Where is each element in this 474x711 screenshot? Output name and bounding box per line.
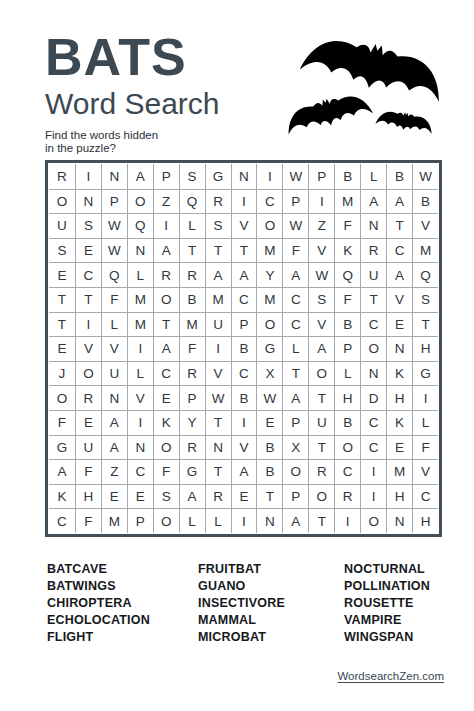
grid-cell[interactable]: S: [75, 213, 101, 238]
grid-cell[interactable]: H: [412, 336, 438, 361]
grid-cell[interactable]: H: [386, 385, 412, 410]
grid-cell[interactable]: N: [256, 508, 282, 533]
grid-cell[interactable]: T: [308, 435, 334, 460]
instruction-line-2: in the puzzle?: [45, 142, 220, 156]
grid-cell[interactable]: W: [101, 238, 127, 263]
page-subtitle: Word Search: [45, 87, 220, 121]
grid-cell[interactable]: I: [75, 164, 101, 189]
grid-cell[interactable]: I: [153, 213, 179, 238]
grid-cell[interactable]: P: [231, 312, 257, 337]
grid-cell[interactable]: B: [179, 287, 205, 312]
grid-cell[interactable]: O: [75, 361, 101, 386]
grid-cell[interactable]: U: [75, 435, 101, 460]
grid-cell[interactable]: U: [101, 361, 127, 386]
grid-cell[interactable]: B: [231, 336, 257, 361]
grid-cell[interactable]: K: [334, 238, 360, 263]
grid-cell[interactable]: P: [282, 410, 308, 435]
grid-cell[interactable]: M: [127, 287, 153, 312]
grid-cell[interactable]: U: [205, 312, 231, 337]
grid-cell[interactable]: G: [256, 336, 282, 361]
grid-cell[interactable]: M: [256, 287, 282, 312]
word-item: GUANO: [198, 578, 344, 595]
grid-cell[interactable]: F: [101, 287, 127, 312]
word-item: BATWINGS: [47, 578, 198, 595]
grid-cell[interactable]: I: [231, 508, 257, 533]
grid-cell[interactable]: M: [334, 189, 360, 214]
grid-cell[interactable]: V: [386, 287, 412, 312]
grid-cell[interactable]: P: [127, 508, 153, 533]
grid-cell[interactable]: B: [334, 312, 360, 337]
grid-cell[interactable]: L: [205, 508, 231, 533]
grid-cell[interactable]: F: [75, 459, 101, 484]
word-item: FLIGHT: [47, 629, 198, 646]
word-item: VAMPIRE: [344, 612, 447, 629]
bat-icon-large: [299, 29, 448, 104]
grid-cell[interactable]: Q: [127, 213, 153, 238]
bats-graphic: [278, 8, 468, 153]
grid-cell[interactable]: O: [49, 189, 75, 214]
grid-cell[interactable]: O: [153, 287, 179, 312]
grid-cell[interactable]: R: [179, 435, 205, 460]
grid-cell[interactable]: O: [282, 459, 308, 484]
grid-cell[interactable]: P: [153, 164, 179, 189]
grid-cell[interactable]: X: [282, 435, 308, 460]
grid-cell[interactable]: R: [49, 164, 75, 189]
header: BATS Word Search Find the words hidden i…: [45, 30, 220, 156]
grid-cell[interactable]: L: [127, 262, 153, 287]
grid-cell[interactable]: F: [334, 287, 360, 312]
grid-cell[interactable]: N: [205, 435, 231, 460]
grid-cell[interactable]: C: [282, 287, 308, 312]
grid-cell[interactable]: L: [127, 361, 153, 386]
grid-cell[interactable]: A: [179, 484, 205, 509]
footer-credit-link[interactable]: WordsearchZen.com: [337, 670, 444, 682]
page-root: BATS Word Search Find the words hidden i…: [0, 0, 474, 711]
grid-cell[interactable]: R: [205, 484, 231, 509]
word-search-board: RINAPSGNIWPBLBWONPOZQRICPIMAABUSWQILSVOW…: [45, 160, 442, 537]
grid-cell[interactable]: N: [360, 361, 386, 386]
grid-cell[interactable]: C: [153, 361, 179, 386]
grid-cell[interactable]: M: [412, 238, 438, 263]
word-item: BATCAVE: [47, 561, 198, 578]
grid-cell[interactable]: O: [153, 435, 179, 460]
grid-cell[interactable]: V: [205, 361, 231, 386]
grid-cell[interactable]: I: [360, 484, 386, 509]
grid-cell[interactable]: E: [49, 262, 75, 287]
grid-cell[interactable]: B: [231, 385, 257, 410]
grid-cell[interactable]: I: [308, 189, 334, 214]
grid-cell[interactable]: S: [179, 164, 205, 189]
grid-cell[interactable]: F: [334, 213, 360, 238]
grid-cell[interactable]: C: [334, 459, 360, 484]
grid-cell[interactable]: V: [101, 336, 127, 361]
grid-cell[interactable]: E: [75, 410, 101, 435]
grid-cell[interactable]: P: [179, 385, 205, 410]
grid-cell[interactable]: T: [205, 238, 231, 263]
grid-cell[interactable]: E: [75, 238, 101, 263]
grid-cell[interactable]: U: [49, 213, 75, 238]
grid-cell[interactable]: N: [360, 213, 386, 238]
grid-cell[interactable]: P: [101, 189, 127, 214]
grid-cell[interactable]: C: [360, 410, 386, 435]
grid-cell[interactable]: V: [75, 336, 101, 361]
grid-cell[interactable]: O: [334, 435, 360, 460]
grid-cell[interactable]: N: [101, 164, 127, 189]
grid-cell[interactable]: T: [308, 385, 334, 410]
bat-icon-medium: [282, 89, 373, 136]
grid-cell[interactable]: G: [49, 435, 75, 460]
grid-cell[interactable]: R: [153, 262, 179, 287]
grid-cell[interactable]: E: [49, 336, 75, 361]
grid-cell[interactable]: I: [231, 410, 257, 435]
grid-cell[interactable]: I: [127, 336, 153, 361]
grid-cell[interactable]: I: [205, 336, 231, 361]
grid-cell[interactable]: O: [256, 213, 282, 238]
grid-cell[interactable]: K: [153, 410, 179, 435]
grid-cell[interactable]: S: [308, 287, 334, 312]
grid-cell[interactable]: F: [153, 459, 179, 484]
grid-cell[interactable]: C: [49, 508, 75, 533]
grid-cell[interactable]: I: [231, 189, 257, 214]
grid-cell[interactable]: E: [256, 410, 282, 435]
grid-cell[interactable]: H: [386, 484, 412, 509]
grid-cell[interactable]: C: [360, 435, 386, 460]
grid-cell[interactable]: S: [412, 287, 438, 312]
grid-cell[interactable]: F: [49, 410, 75, 435]
grid-cell[interactable]: N: [101, 385, 127, 410]
grid-cell[interactable]: Y: [179, 410, 205, 435]
grid-cell[interactable]: T: [256, 484, 282, 509]
word-item: FRUITBAT: [198, 561, 344, 578]
grid-cell[interactable]: P: [334, 336, 360, 361]
grid-cell[interactable]: I: [360, 459, 386, 484]
grid-cell[interactable]: W: [412, 164, 438, 189]
grid-cell[interactable]: I: [256, 164, 282, 189]
grid-cell[interactable]: L: [334, 361, 360, 386]
grid-cell[interactable]: Z: [308, 213, 334, 238]
grid-cell[interactable]: H: [334, 385, 360, 410]
letter-grid: RINAPSGNIWPBLBWONPOZQRICPIMAABUSWQILSVOW…: [49, 164, 438, 533]
grid-cell[interactable]: R: [179, 361, 205, 386]
grid-cell[interactable]: Y: [256, 262, 282, 287]
grid-cell[interactable]: A: [101, 435, 127, 460]
grid-cell[interactable]: M: [205, 287, 231, 312]
grid-cell[interactable]: A: [308, 336, 334, 361]
grid-cell[interactable]: L: [179, 508, 205, 533]
grid-cell[interactable]: E: [231, 484, 257, 509]
grid-cell[interactable]: W: [308, 262, 334, 287]
grid-cell[interactable]: F: [179, 336, 205, 361]
grid-cell[interactable]: A: [231, 262, 257, 287]
grid-cell[interactable]: O: [256, 312, 282, 337]
grid-cell[interactable]: Z: [153, 189, 179, 214]
grid-cell[interactable]: T: [205, 459, 231, 484]
grid-cell[interactable]: A: [282, 262, 308, 287]
grid-cell[interactable]: K: [386, 361, 412, 386]
grid-cell[interactable]: T: [282, 361, 308, 386]
grid-cell[interactable]: T: [386, 213, 412, 238]
grid-cell[interactable]: O: [360, 508, 386, 533]
grid-cell[interactable]: Q: [334, 262, 360, 287]
word-list: BATCAVEBATWINGSCHIROPTERAECHOLOCATIONFLI…: [47, 561, 447, 646]
grid-cell[interactable]: A: [101, 410, 127, 435]
grid-cell[interactable]: T: [231, 238, 257, 263]
word-list-column-1: BATCAVEBATWINGSCHIROPTERAECHOLOCATIONFLI…: [47, 561, 198, 646]
word-item: POLLINATION: [344, 578, 447, 595]
grid-cell[interactable]: G: [412, 361, 438, 386]
grid-cell[interactable]: C: [75, 262, 101, 287]
grid-cell[interactable]: G: [205, 164, 231, 189]
grid-cell[interactable]: E: [386, 312, 412, 337]
grid-cell[interactable]: U: [360, 262, 386, 287]
word-item: MAMMAL: [198, 612, 344, 629]
grid-cell[interactable]: J: [49, 361, 75, 386]
page-title: BATS: [45, 30, 220, 85]
grid-cell[interactable]: N: [386, 336, 412, 361]
word-item: MICROBAT: [198, 629, 344, 646]
grid-cell[interactable]: C: [386, 238, 412, 263]
grid-cell[interactable]: L: [179, 213, 205, 238]
grid-cell[interactable]: R: [179, 262, 205, 287]
grid-cell[interactable]: Q: [179, 189, 205, 214]
grid-cell[interactable]: T: [308, 508, 334, 533]
bat-icon-small: [375, 107, 434, 134]
grid-cell[interactable]: A: [205, 262, 231, 287]
grid-cell[interactable]: C: [256, 189, 282, 214]
grid-cell[interactable]: S: [153, 484, 179, 509]
grid-cell[interactable]: F: [75, 508, 101, 533]
grid-cell[interactable]: B: [256, 459, 282, 484]
grid-cell[interactable]: M: [127, 312, 153, 337]
grid-cell[interactable]: W: [282, 213, 308, 238]
word-list-column-2: FRUITBATGUANOINSECTIVOREMAMMALMICROBAT: [198, 561, 344, 646]
grid-cell[interactable]: E: [101, 484, 127, 509]
grid-cell[interactable]: W: [256, 385, 282, 410]
grid-cell[interactable]: B: [412, 189, 438, 214]
grid-cell[interactable]: E: [153, 385, 179, 410]
grid-cell[interactable]: T: [179, 238, 205, 263]
grid-cell[interactable]: T: [205, 410, 231, 435]
grid-cell[interactable]: D: [360, 385, 386, 410]
grid-cell[interactable]: P: [282, 189, 308, 214]
grid-cell[interactable]: I: [75, 312, 101, 337]
grid-cell[interactable]: P: [282, 484, 308, 509]
grid-cell[interactable]: S: [205, 213, 231, 238]
grid-cell[interactable]: A: [231, 459, 257, 484]
grid-cell[interactable]: N: [127, 435, 153, 460]
grid-cell[interactable]: T: [153, 312, 179, 337]
grid-cell[interactable]: L: [101, 312, 127, 337]
grid-cell[interactable]: M: [179, 312, 205, 337]
grid-cell[interactable]: A: [386, 189, 412, 214]
grid-cell[interactable]: T: [360, 287, 386, 312]
grid-cell[interactable]: V: [308, 312, 334, 337]
grid-cell[interactable]: I: [412, 385, 438, 410]
grid-cell[interactable]: C: [127, 459, 153, 484]
grid-cell[interactable]: P: [308, 164, 334, 189]
grid-cell[interactable]: B: [334, 164, 360, 189]
grid-cell[interactable]: E: [386, 435, 412, 460]
grid-cell[interactable]: X: [256, 361, 282, 386]
grid-cell[interactable]: C: [360, 312, 386, 337]
grid-cell[interactable]: I: [334, 508, 360, 533]
word-item: NOCTURNAL: [344, 561, 447, 578]
grid-cell[interactable]: T: [412, 312, 438, 337]
grid-cell[interactable]: C: [231, 287, 257, 312]
instruction-line-1: Find the words hidden: [45, 129, 220, 143]
grid-cell[interactable]: O: [308, 484, 334, 509]
grid-cell[interactable]: A: [282, 508, 308, 533]
grid-cell[interactable]: E: [127, 484, 153, 509]
grid-cell[interactable]: O: [308, 361, 334, 386]
grid-cell[interactable]: G: [179, 459, 205, 484]
grid-cell[interactable]: A: [386, 262, 412, 287]
grid-cell[interactable]: O: [127, 189, 153, 214]
grid-cell[interactable]: L: [282, 336, 308, 361]
grid-cell[interactable]: W: [101, 213, 127, 238]
grid-cell[interactable]: O: [49, 385, 75, 410]
grid-cell[interactable]: U: [308, 410, 334, 435]
grid-cell[interactable]: K: [49, 484, 75, 509]
grid-cell[interactable]: R: [360, 238, 386, 263]
grid-cell[interactable]: V: [231, 213, 257, 238]
grid-cell[interactable]: C: [231, 361, 257, 386]
grid-cell[interactable]: L: [360, 164, 386, 189]
grid-cell[interactable]: R: [334, 484, 360, 509]
grid-cell[interactable]: V: [127, 385, 153, 410]
grid-cell[interactable]: A: [49, 459, 75, 484]
grid-cell[interactable]: A: [282, 385, 308, 410]
word-list-column-3: NOCTURNALPOLLINATIONROUSETTEVAMPIREWINGS…: [344, 561, 447, 646]
word-item: ROUSETTE: [344, 595, 447, 612]
grid-cell[interactable]: T: [49, 287, 75, 312]
grid-cell[interactable]: A: [153, 238, 179, 263]
grid-cell[interactable]: M: [101, 508, 127, 533]
grid-cell[interactable]: V: [412, 459, 438, 484]
grid-cell[interactable]: Q: [101, 262, 127, 287]
grid-cell[interactable]: F: [412, 435, 438, 460]
grid-cell[interactable]: O: [153, 508, 179, 533]
word-item: ECHOLOCATION: [47, 612, 198, 629]
grid-cell[interactable]: Z: [101, 459, 127, 484]
grid-cell[interactable]: B: [334, 410, 360, 435]
instruction-text: Find the words hidden in the puzzle?: [45, 129, 220, 156]
grid-cell[interactable]: N: [127, 238, 153, 263]
grid-cell[interactable]: H: [75, 484, 101, 509]
grid-cell[interactable]: N: [386, 508, 412, 533]
grid-cell[interactable]: N: [75, 189, 101, 214]
grid-cell[interactable]: R: [308, 459, 334, 484]
grid-cell[interactable]: V: [231, 435, 257, 460]
grid-cell[interactable]: A: [360, 189, 386, 214]
grid-cell[interactable]: R: [205, 189, 231, 214]
grid-cell[interactable]: M: [386, 459, 412, 484]
grid-cell[interactable]: O: [360, 336, 386, 361]
word-item: CHIROPTERA: [47, 595, 198, 612]
grid-cell[interactable]: V: [308, 238, 334, 263]
grid-cell[interactable]: T: [75, 287, 101, 312]
grid-cell[interactable]: K: [386, 410, 412, 435]
grid-cell[interactable]: L: [412, 410, 438, 435]
grid-cell[interactable]: B: [386, 164, 412, 189]
grid-cell[interactable]: B: [256, 435, 282, 460]
word-item: INSECTIVORE: [198, 595, 344, 612]
grid-cell[interactable]: I: [127, 410, 153, 435]
grid-cell[interactable]: C: [282, 312, 308, 337]
grid-cell[interactable]: N: [231, 164, 257, 189]
grid-cell[interactable]: C: [412, 484, 438, 509]
grid-cell[interactable]: R: [75, 385, 101, 410]
grid-cell[interactable]: V: [412, 213, 438, 238]
grid-cell[interactable]: W: [282, 164, 308, 189]
grid-cell[interactable]: H: [412, 508, 438, 533]
grid-cell[interactable]: W: [205, 385, 231, 410]
grid-cell[interactable]: M: [256, 238, 282, 263]
grid-cell[interactable]: A: [153, 336, 179, 361]
grid-cell[interactable]: Q: [412, 262, 438, 287]
grid-cell[interactable]: S: [49, 238, 75, 263]
word-item: WINGSPAN: [344, 629, 447, 646]
grid-cell[interactable]: F: [282, 238, 308, 263]
grid-cell[interactable]: T: [49, 312, 75, 337]
grid-cell[interactable]: A: [127, 164, 153, 189]
